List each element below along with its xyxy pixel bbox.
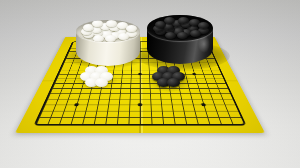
black-stone	[165, 32, 176, 39]
grid-cell	[140, 117, 152, 124]
black-stone	[164, 17, 175, 24]
white-stone	[118, 33, 129, 40]
star-point	[138, 73, 142, 75]
black-stone-bowl	[147, 15, 213, 64]
black-stone	[198, 22, 209, 29]
star-point	[192, 73, 196, 75]
grid-cell	[128, 117, 140, 124]
star-point	[201, 103, 206, 106]
white-stone	[95, 78, 108, 87]
grid-cell	[151, 117, 163, 124]
photo-scene	[0, 0, 300, 168]
black-stone	[190, 30, 201, 37]
grid-cell	[105, 117, 117, 124]
black-stone	[178, 17, 189, 24]
go-grid	[33, 41, 246, 125]
black-stone	[177, 32, 188, 39]
white-stone	[105, 35, 116, 42]
grid-cell	[117, 117, 129, 124]
white-stone-pile	[80, 66, 112, 87]
black-bowl-gloss-highlight	[198, 35, 210, 53]
white-bowl-rim	[76, 20, 140, 42]
white-stone	[92, 20, 103, 27]
white-stone	[93, 35, 104, 42]
white-stone	[106, 20, 117, 27]
black-stone-pile	[152, 66, 185, 88]
white-stone	[126, 25, 137, 32]
black-stone	[167, 78, 180, 87]
grid-cell	[230, 117, 244, 124]
star-point	[138, 103, 142, 106]
white-stone-bowl	[76, 20, 140, 67]
